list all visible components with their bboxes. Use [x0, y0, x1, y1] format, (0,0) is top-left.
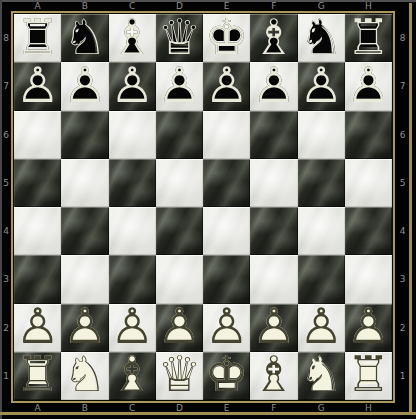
square-b6[interactable] [61, 111, 108, 159]
square-d5[interactable] [156, 159, 203, 207]
square-c3[interactable] [109, 255, 156, 303]
black-pawn[interactable]: ♟︎♙ [61, 62, 108, 110]
square-a8[interactable]: ♜♖ [14, 14, 61, 62]
white-pawn[interactable]: ♟︎♙ [250, 304, 297, 352]
pawn-glyph-outline: ♙ [109, 303, 156, 351]
pawn-glyph-outline: ♙ [250, 61, 297, 109]
square-f2[interactable]: ♟︎♙ [250, 304, 297, 352]
black-rook[interactable]: ♜♖ [345, 14, 392, 62]
square-h6[interactable] [345, 111, 392, 159]
rook-glyph-outline: ♖ [345, 351, 392, 399]
square-c6[interactable] [109, 111, 156, 159]
bishop-glyph-outline: ♗ [250, 13, 297, 61]
rank-label-2: 2 [396, 304, 409, 352]
rook-glyph-outline: ♖ [14, 351, 61, 399]
square-d7[interactable]: ♟︎♙ [156, 62, 203, 110]
king-glyph-outline: ♔ [203, 351, 250, 399]
rank-label-3: 3 [396, 255, 409, 303]
white-pawn[interactable]: ♟︎♙ [14, 304, 61, 352]
pawn-glyph-outline: ♙ [14, 303, 61, 351]
square-e5[interactable] [203, 159, 250, 207]
square-b5[interactable] [61, 159, 108, 207]
black-pawn[interactable]: ♟︎♙ [109, 62, 156, 110]
queen-glyph-outline: ♕ [156, 13, 203, 61]
square-g8[interactable]: ♞♘ [298, 14, 345, 62]
rank-label-8: 8 [396, 14, 409, 62]
rank-label-1: 1 [0, 352, 12, 400]
pawn-glyph-outline: ♙ [203, 303, 250, 351]
square-c4[interactable] [109, 207, 156, 255]
square-e3[interactable] [203, 255, 250, 303]
white-king[interactable]: ♚♔ [203, 352, 250, 400]
file-labels-bottom: ABCDEFGH [14, 402, 392, 413]
square-c1[interactable]: ♝♗ [109, 352, 156, 400]
square-b3[interactable] [61, 255, 108, 303]
square-h2[interactable]: ♟︎♙ [345, 304, 392, 352]
square-d2[interactable]: ♟︎♙ [156, 304, 203, 352]
white-pawn[interactable]: ♟︎♙ [156, 304, 203, 352]
file-label-b: B [61, 402, 108, 413]
pawn-glyph-outline: ♙ [156, 303, 203, 351]
black-pawn[interactable]: ♟︎♙ [250, 62, 297, 110]
white-pawn[interactable]: ♟︎♙ [298, 304, 345, 352]
square-h4[interactable] [345, 207, 392, 255]
square-h1[interactable]: ♜♖ [345, 352, 392, 400]
square-c2[interactable]: ♟︎♙ [109, 304, 156, 352]
black-knight[interactable]: ♞♘ [61, 14, 108, 62]
square-f3[interactable] [250, 255, 297, 303]
bishop-glyph-outline: ♗ [109, 351, 156, 399]
white-bishop[interactable]: ♝♗ [250, 352, 297, 400]
black-rook[interactable]: ♜♖ [14, 14, 61, 62]
queen-glyph-outline: ♕ [156, 351, 203, 399]
square-a1[interactable]: ♜♖ [14, 352, 61, 400]
pawn-glyph-outline: ♙ [156, 61, 203, 109]
white-pawn[interactable]: ♟︎♙ [203, 304, 250, 352]
square-g1[interactable]: ♞♘ [298, 352, 345, 400]
black-pawn[interactable]: ♟︎♙ [156, 62, 203, 110]
knight-glyph-outline: ♘ [61, 351, 108, 399]
square-d4[interactable] [156, 207, 203, 255]
white-queen[interactable]: ♛♕ [156, 352, 203, 400]
black-knight[interactable]: ♞♘ [298, 14, 345, 62]
pawn-glyph-outline: ♙ [61, 303, 108, 351]
square-a7[interactable]: ♟︎♙ [14, 62, 61, 110]
square-b8[interactable]: ♞♘ [61, 14, 108, 62]
square-a6[interactable] [14, 111, 61, 159]
white-knight[interactable]: ♞♘ [61, 352, 108, 400]
rank-label-5: 5 [396, 159, 409, 207]
square-e7[interactable]: ♟︎♙ [203, 62, 250, 110]
square-c8[interactable]: ♝♗ [109, 14, 156, 62]
square-f1[interactable]: ♝♗ [250, 352, 297, 400]
square-f5[interactable] [250, 159, 297, 207]
rank-label-3: 3 [0, 255, 12, 303]
rook-glyph-outline: ♖ [345, 13, 392, 61]
pawn-glyph-outline: ♙ [345, 303, 392, 351]
white-rook[interactable]: ♜♖ [14, 352, 61, 400]
rank-labels-right: 87654321 [396, 14, 409, 400]
square-b4[interactable] [61, 207, 108, 255]
square-g4[interactable] [298, 207, 345, 255]
square-g7[interactable]: ♟︎♙ [298, 62, 345, 110]
square-h8[interactable]: ♜♖ [345, 14, 392, 62]
square-f8[interactable]: ♝♗ [250, 14, 297, 62]
square-d8[interactable]: ♛♕ [156, 14, 203, 62]
square-h3[interactable] [345, 255, 392, 303]
square-e8[interactable]: ♚♔ [203, 14, 250, 62]
square-c7[interactable]: ♟︎♙ [109, 62, 156, 110]
square-d1[interactable]: ♛♕ [156, 352, 203, 400]
knight-glyph-outline: ♘ [61, 13, 108, 61]
chess-board-grid: ♜♖♞♘♝♗♛♕♚♔♝♗♞♘♜♖♟︎♙♟︎♙♟︎♙♟︎♙♟︎♙♟︎♙♟︎♙♟︎♙… [14, 14, 392, 400]
square-d3[interactable] [156, 255, 203, 303]
chess-board-window: ABCDEFGH ABCDEFGH 87654321 87654321 ♜♖♞♘… [0, 0, 416, 419]
white-rook[interactable]: ♜♖ [345, 352, 392, 400]
square-a4[interactable] [14, 207, 61, 255]
white-pawn[interactable]: ♟︎♙ [109, 304, 156, 352]
rank-label-8: 8 [0, 14, 12, 62]
file-label-f: F [250, 402, 297, 413]
board-outer-gold-right [409, 3, 412, 415]
file-label-d: D [156, 402, 203, 413]
black-pawn[interactable]: ♟︎♙ [345, 62, 392, 110]
square-f4[interactable] [250, 207, 297, 255]
square-a2[interactable]: ♟︎♙ [14, 304, 61, 352]
square-e2[interactable]: ♟︎♙ [203, 304, 250, 352]
white-pawn[interactable]: ♟︎♙ [345, 304, 392, 352]
pawn-glyph-outline: ♙ [345, 61, 392, 109]
rank-label-1: 1 [396, 352, 409, 400]
rank-label-6: 6 [396, 111, 409, 159]
square-h7[interactable]: ♟︎♙ [345, 62, 392, 110]
rank-label-2: 2 [0, 304, 12, 352]
rank-label-6: 6 [0, 111, 12, 159]
square-g5[interactable] [298, 159, 345, 207]
black-pawn[interactable]: ♟︎♙ [203, 62, 250, 110]
black-queen[interactable]: ♛♕ [156, 14, 203, 62]
pawn-glyph-outline: ♙ [298, 303, 345, 351]
rank-label-7: 7 [396, 62, 409, 110]
square-e4[interactable] [203, 207, 250, 255]
file-label-g: G [298, 402, 345, 413]
rank-label-4: 4 [396, 207, 409, 255]
rank-label-4: 4 [0, 207, 12, 255]
file-label-h: H [345, 402, 392, 413]
pawn-glyph-outline: ♙ [109, 61, 156, 109]
white-knight[interactable]: ♞♘ [298, 352, 345, 400]
square-d6[interactable] [156, 111, 203, 159]
knight-glyph-outline: ♘ [298, 13, 345, 61]
pawn-glyph-outline: ♙ [14, 61, 61, 109]
square-a3[interactable] [14, 255, 61, 303]
square-e1[interactable]: ♚♔ [203, 352, 250, 400]
square-g6[interactable] [298, 111, 345, 159]
king-glyph-outline: ♔ [203, 13, 250, 61]
black-bishop[interactable]: ♝♗ [109, 14, 156, 62]
file-label-e: E [203, 402, 250, 413]
bishop-glyph-outline: ♗ [250, 351, 297, 399]
file-label-c: C [109, 402, 156, 413]
square-g3[interactable] [298, 255, 345, 303]
square-b7[interactable]: ♟︎♙ [61, 62, 108, 110]
pawn-glyph-outline: ♙ [203, 61, 250, 109]
rank-labels-left: 87654321 [0, 14, 12, 400]
square-g2[interactable]: ♟︎♙ [298, 304, 345, 352]
square-c5[interactable] [109, 159, 156, 207]
black-bishop[interactable]: ♝♗ [250, 14, 297, 62]
white-bishop[interactable]: ♝♗ [109, 352, 156, 400]
square-b1[interactable]: ♞♘ [61, 352, 108, 400]
file-label-a: A [14, 402, 61, 413]
rank-label-5: 5 [0, 159, 12, 207]
black-pawn[interactable]: ♟︎♙ [298, 62, 345, 110]
square-f7[interactable]: ♟︎♙ [250, 62, 297, 110]
knight-glyph-outline: ♘ [298, 351, 345, 399]
rook-glyph-outline: ♖ [14, 13, 61, 61]
square-b2[interactable]: ♟︎♙ [61, 304, 108, 352]
square-f6[interactable] [250, 111, 297, 159]
square-e6[interactable] [203, 111, 250, 159]
white-pawn[interactable]: ♟︎♙ [61, 304, 108, 352]
square-h5[interactable] [345, 159, 392, 207]
pawn-glyph-outline: ♙ [61, 61, 108, 109]
square-a5[interactable] [14, 159, 61, 207]
black-king[interactable]: ♚♔ [203, 14, 250, 62]
rank-label-7: 7 [0, 62, 12, 110]
bishop-glyph-outline: ♗ [109, 13, 156, 61]
black-pawn[interactable]: ♟︎♙ [14, 62, 61, 110]
pawn-glyph-outline: ♙ [250, 303, 297, 351]
pawn-glyph-outline: ♙ [298, 61, 345, 109]
